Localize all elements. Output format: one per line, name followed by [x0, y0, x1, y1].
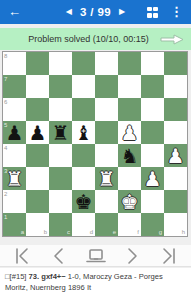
file-label-h: h [182, 229, 185, 235]
square-g1[interactable]: g [141, 213, 164, 236]
square-b4[interactable] [26, 144, 49, 167]
caption-move: 73. gxf4+− [29, 272, 66, 281]
square-e3[interactable]: ♜ [95, 167, 118, 190]
square-d1[interactable]: d [72, 213, 95, 236]
square-g7[interactable] [141, 75, 164, 98]
square-f8[interactable] [118, 52, 141, 75]
square-b8[interactable] [26, 52, 49, 75]
square-a2[interactable]: 2 [3, 190, 26, 213]
chess-board: 8765♟♟♜♝♟4♞♟3♜♜♟2♚♚1abcdefgh [2, 51, 188, 237]
square-a6[interactable]: 6 [3, 98, 26, 121]
square-h5[interactable] [164, 121, 187, 144]
white-pawn[interactable]: ♟ [164, 144, 187, 167]
black-king[interactable]: ♚ [72, 190, 95, 213]
square-f1[interactable]: f [118, 213, 141, 236]
first-move-button[interactable] [10, 246, 34, 266]
rank-label-1: 1 [4, 214, 7, 220]
white-king[interactable]: ♚ [118, 190, 141, 213]
square-h4[interactable]: ♟ [164, 144, 187, 167]
square-a4[interactable]: 4 [3, 144, 26, 167]
square-g5[interactable] [141, 121, 164, 144]
file-label-g: g [159, 229, 162, 235]
square-a5[interactable]: 5♟ [3, 121, 26, 144]
square-f7[interactable] [118, 75, 141, 98]
square-d5[interactable]: ♝ [72, 121, 95, 144]
move-nav-bar [0, 245, 191, 267]
square-h2[interactable] [164, 190, 187, 213]
square-c2[interactable] [49, 190, 72, 213]
square-f3[interactable] [118, 167, 141, 190]
engine-analysis-icon[interactable] [84, 246, 108, 266]
square-g8[interactable] [141, 52, 164, 75]
square-a8[interactable]: 8 [3, 52, 26, 75]
square-c4[interactable] [49, 144, 72, 167]
white-pawn[interactable]: ♟ [141, 167, 164, 190]
square-d7[interactable] [72, 75, 95, 98]
problem-list-grid-icon[interactable] [147, 7, 158, 18]
file-label-e: e [113, 229, 116, 235]
square-c5[interactable]: ♜ [49, 121, 72, 144]
square-a7[interactable]: 7 [3, 75, 26, 98]
file-label-d: d [90, 229, 93, 235]
square-f4[interactable]: ♞ [118, 144, 141, 167]
previous-move-button[interactable] [47, 246, 71, 266]
rank-label-6: 6 [4, 99, 7, 105]
file-label-f: f [137, 229, 139, 235]
file-label-b: b [44, 229, 47, 235]
square-g2[interactable] [141, 190, 164, 213]
square-e1[interactable]: e [95, 213, 118, 236]
square-f6[interactable] [118, 98, 141, 121]
square-c3[interactable] [49, 167, 72, 190]
square-c7[interactable] [49, 75, 72, 98]
top-bar: ← ◀ 3 / 99 ▶ ⋮ [0, 0, 191, 24]
square-e2[interactable] [95, 190, 118, 213]
square-b1[interactable]: b [26, 213, 49, 236]
problem-pager: ◀ 3 / 99 ▶ [66, 0, 126, 24]
black-pawn[interactable]: ♟ [3, 121, 26, 144]
back-icon[interactable]: ← [8, 0, 21, 24]
square-g4[interactable] [141, 144, 164, 167]
white-pawn[interactable]: ♟ [118, 121, 141, 144]
square-a3[interactable]: 3♜ [3, 167, 26, 190]
prev-problem-icon[interactable]: ◀ [66, 0, 72, 24]
square-f2[interactable]: ♚ [118, 190, 141, 213]
square-h6[interactable] [164, 98, 187, 121]
overflow-menu-icon[interactable]: ⋮ [170, 0, 183, 24]
square-e4[interactable] [95, 144, 118, 167]
last-move-button[interactable] [157, 246, 181, 266]
rank-label-4: 4 [4, 145, 7, 151]
next-problem-icon[interactable]: ▶ [119, 0, 125, 24]
square-h3[interactable] [164, 167, 187, 190]
black-pawn[interactable]: ♟ [26, 121, 49, 144]
square-b6[interactable] [26, 98, 49, 121]
square-b7[interactable] [26, 75, 49, 98]
caption-prefix: □[#15] [5, 272, 29, 281]
square-d2[interactable]: ♚ [72, 190, 95, 213]
square-e6[interactable] [95, 98, 118, 121]
square-c8[interactable] [49, 52, 72, 75]
square-e7[interactable] [95, 75, 118, 98]
square-f5[interactable]: ♟ [118, 121, 141, 144]
top-bar-actions: ⋮ [147, 0, 183, 24]
rank-label-2: 2 [4, 191, 7, 197]
rank-label-7: 7 [4, 76, 7, 82]
square-d4[interactable] [72, 144, 95, 167]
square-h1[interactable]: h [164, 213, 187, 236]
square-h8[interactable] [164, 52, 187, 75]
status-text: Problem solved (10/10, 00:15) [28, 34, 149, 44]
square-d3[interactable] [72, 167, 95, 190]
white-rook[interactable]: ♜ [95, 167, 118, 190]
next-move-button[interactable] [120, 246, 144, 266]
black-knight[interactable]: ♞ [118, 144, 141, 167]
white-rook[interactable]: ♜ [3, 167, 26, 190]
square-c1[interactable]: c [49, 213, 72, 236]
square-c6[interactable] [49, 98, 72, 121]
square-g6[interactable] [141, 98, 164, 121]
file-label-c: c [67, 229, 70, 235]
square-e5[interactable] [95, 121, 118, 144]
square-e8[interactable] [95, 52, 118, 75]
black-bishop[interactable]: ♝ [72, 121, 95, 144]
square-b5[interactable]: ♟ [26, 121, 49, 144]
square-a1[interactable]: 1a [3, 213, 26, 236]
problem-counter: 3 / 99 [80, 6, 111, 18]
file-label-a: a [21, 229, 24, 235]
square-g3[interactable]: ♟ [141, 167, 164, 190]
square-h7[interactable] [164, 75, 187, 98]
next-arrow-icon[interactable] [160, 34, 184, 45]
square-d8[interactable] [72, 52, 95, 75]
square-b3[interactable] [26, 167, 49, 190]
game-caption: □[#15] 73. gxf4+− 1-0, Maroczy Geza - Po… [0, 268, 191, 296]
square-d6[interactable] [72, 98, 95, 121]
black-rook[interactable]: ♜ [49, 121, 72, 144]
square-b2[interactable] [26, 190, 49, 213]
status-bar: Problem solved (10/10, 00:15) [0, 28, 191, 50]
rank-label-8: 8 [4, 53, 7, 59]
